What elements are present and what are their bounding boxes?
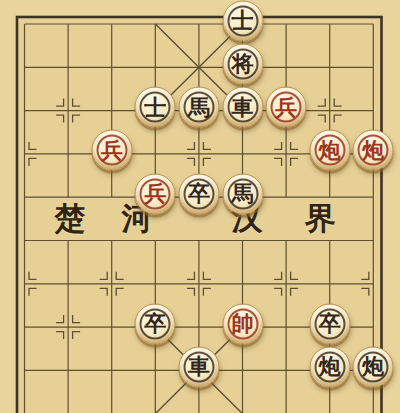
- piece-ring: 車: [183, 351, 214, 382]
- piece-ring: 馬: [227, 178, 258, 209]
- piece-black-cannon[interactable]: 炮: [353, 346, 394, 387]
- piece-ring: 炮: [314, 351, 345, 382]
- piece-ring: 炮: [358, 351, 389, 382]
- piece-glyph: 炮: [362, 139, 384, 161]
- piece-ring: 車: [227, 92, 258, 123]
- piece-black-horse[interactable]: 馬: [178, 87, 219, 128]
- piece-ring: 卒: [183, 178, 214, 209]
- piece-glyph: 炮: [362, 356, 384, 378]
- piece-black-cannon[interactable]: 炮: [309, 346, 350, 387]
- piece-glyph: 卒: [319, 313, 341, 335]
- piece-glyph: 卒: [188, 183, 210, 205]
- piece-glyph: 馬: [188, 96, 210, 118]
- piece-glyph: 将: [232, 53, 254, 75]
- piece-ring: 炮: [358, 135, 389, 166]
- piece-ring: 馬: [183, 92, 214, 123]
- piece-ring: 兵: [96, 135, 127, 166]
- xiangqi-board: 楚河汉界 士将士馬車兵兵炮炮兵卒馬卒帥卒車炮炮: [0, 0, 400, 413]
- piece-glyph: 車: [232, 96, 254, 118]
- piece-glyph: 士: [144, 96, 166, 118]
- piece-red-cannon[interactable]: 炮: [353, 130, 394, 171]
- piece-black-advisor[interactable]: 士: [222, 0, 263, 41]
- piece-ring: 卒: [314, 308, 345, 339]
- piece-glyph: 炮: [319, 356, 341, 378]
- piece-black-soldier[interactable]: 卒: [309, 303, 350, 344]
- piece-black-advisor[interactable]: 士: [135, 87, 176, 128]
- piece-black-soldier[interactable]: 卒: [135, 303, 176, 344]
- piece-black-chariot[interactable]: 車: [178, 346, 219, 387]
- piece-glyph: 車: [188, 356, 210, 378]
- piece-ring: 兵: [140, 178, 171, 209]
- piece-glyph: 兵: [144, 183, 166, 205]
- piece-glyph: 炮: [319, 139, 341, 161]
- piece-glyph: 兵: [275, 96, 297, 118]
- piece-black-general[interactable]: 将: [222, 43, 263, 84]
- piece-ring: 卒: [140, 308, 171, 339]
- piece-ring: 士: [140, 92, 171, 123]
- piece-ring: 炮: [314, 135, 345, 166]
- piece-glyph: 帥: [232, 313, 254, 335]
- piece-red-soldier[interactable]: 兵: [91, 130, 132, 171]
- piece-glyph: 兵: [101, 139, 123, 161]
- piece-red-general[interactable]: 帥: [222, 303, 263, 344]
- piece-glyph: 士: [232, 10, 254, 32]
- piece-red-soldier[interactable]: 兵: [266, 87, 307, 128]
- piece-ring: 帥: [227, 308, 258, 339]
- piece-layer: 士将士馬車兵兵炮炮兵卒馬卒帥卒車炮炮: [0, 0, 400, 413]
- piece-black-chariot[interactable]: 車: [222, 87, 263, 128]
- piece-glyph: 馬: [232, 183, 254, 205]
- piece-ring: 兵: [271, 92, 302, 123]
- piece-glyph: 卒: [144, 313, 166, 335]
- piece-red-cannon[interactable]: 炮: [309, 130, 350, 171]
- piece-red-soldier[interactable]: 兵: [135, 173, 176, 214]
- piece-ring: 士: [227, 5, 258, 36]
- piece-black-horse[interactable]: 馬: [222, 173, 263, 214]
- piece-ring: 将: [227, 48, 258, 79]
- piece-black-soldier[interactable]: 卒: [178, 173, 219, 214]
